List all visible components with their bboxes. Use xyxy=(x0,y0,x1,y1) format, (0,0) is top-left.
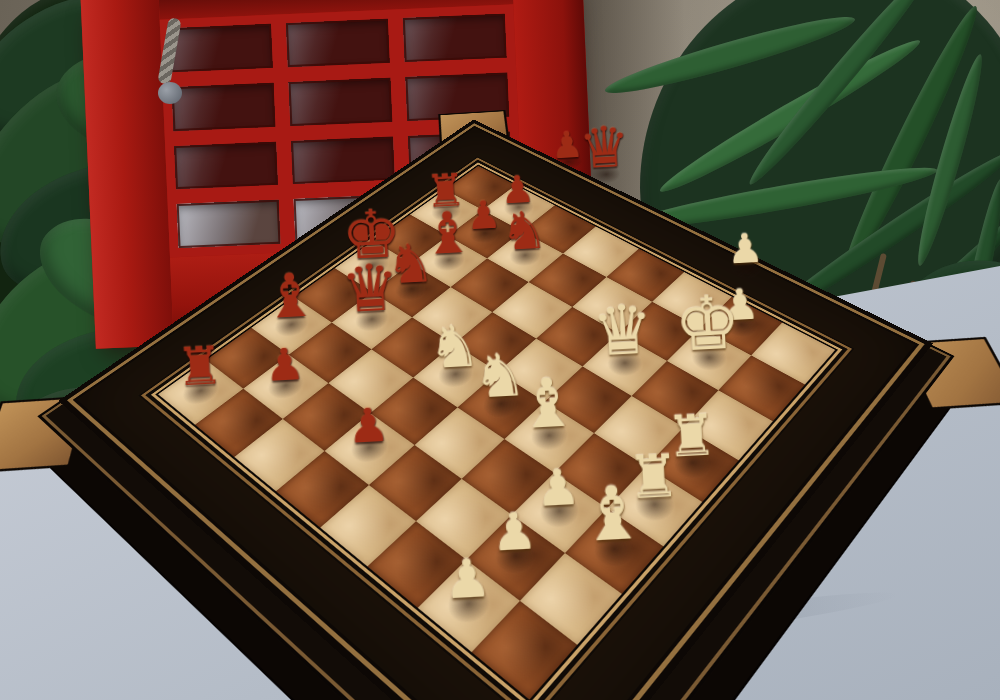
chess-piece-red-pawn: ♟ xyxy=(264,343,306,387)
chess-piece-red-bishop: ♝ xyxy=(261,266,318,326)
board-corner-accent xyxy=(438,110,511,155)
chess-piece-red-queen: ♛ xyxy=(340,257,401,321)
chess-piece-red-knight: ♞ xyxy=(499,205,548,257)
chess-piece-red-pawn: ♟ xyxy=(346,403,390,450)
chess-piece-white-queen: ♛ xyxy=(591,298,655,366)
chess-piece-red-rook: ♜ xyxy=(175,341,224,393)
chess-piece-red-queen: ♛ xyxy=(578,120,631,176)
chess-piece-white-pawn: ♟ xyxy=(726,229,764,269)
chess-piece-white-bishop: ♝ xyxy=(516,370,580,438)
chess-piece-white-pawn: ♟ xyxy=(535,463,582,512)
chess-piece-white-bishop: ♝ xyxy=(577,477,647,551)
chess-piece-white-king: ♚ xyxy=(672,286,742,359)
chess-piece-white-pawn: ♟ xyxy=(442,553,492,606)
photo-scene: ♜♟♝♛♚♞♝♟♜♞♟♟♞♞♝♛♚♟♟♟♟♝♜♜♛♟♟ xyxy=(0,0,1000,700)
chessboard: ♜♟♝♛♚♞♝♟♜♞♟♟♞♞♝♛♚♟♟♟♟♝♜♜♛♟♟ xyxy=(58,119,933,700)
chessboard-scene: ♜♟♝♛♚♞♝♟♜♞♟♟♞♞♝♛♚♟♟♟♟♝♜♜♛♟♟ xyxy=(0,0,1000,700)
chess-piece-white-pawn: ♟ xyxy=(490,507,538,558)
